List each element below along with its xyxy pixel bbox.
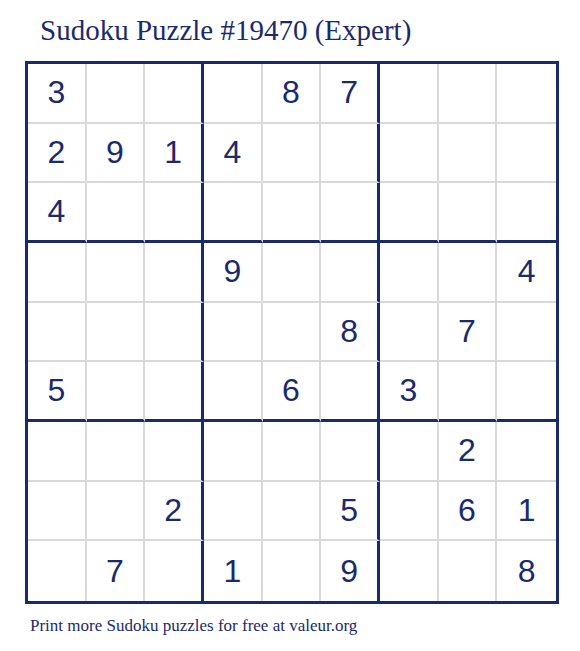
cell-r7c1[interactable] (28, 422, 87, 482)
cell-r9c1[interactable] (28, 541, 87, 601)
cell-r4c8[interactable] (439, 243, 498, 303)
cell-r1c6[interactable]: 7 (321, 64, 380, 124)
cell-r5c9[interactable] (497, 303, 556, 363)
cell-r3c2[interactable] (87, 183, 146, 243)
cell-r1c9[interactable] (497, 64, 556, 124)
cell-r5c6[interactable]: 8 (321, 303, 380, 363)
cell-r5c8[interactable]: 7 (439, 303, 498, 363)
cell-r5c1[interactable] (28, 303, 87, 363)
cell-r9c8[interactable] (439, 541, 498, 601)
puzzle-title: Sudoku Puzzle #19470 (Expert) (40, 14, 411, 47)
cell-r2c1[interactable]: 2 (28, 124, 87, 184)
cell-r6c6[interactable] (321, 362, 380, 422)
footer-text: Print more Sudoku puzzles for free at va… (30, 616, 357, 636)
cell-r8c5[interactable] (263, 482, 322, 542)
cell-r2c5[interactable] (263, 124, 322, 184)
cell-r9c6[interactable]: 9 (321, 541, 380, 601)
cell-r9c9[interactable]: 8 (497, 541, 556, 601)
cell-r3c5[interactable] (263, 183, 322, 243)
cell-r5c3[interactable] (145, 303, 204, 363)
cell-r1c5[interactable]: 8 (263, 64, 322, 124)
cell-r2c3[interactable]: 1 (145, 124, 204, 184)
cell-r5c7[interactable] (380, 303, 439, 363)
cell-r4c2[interactable] (87, 243, 146, 303)
cell-r2c4[interactable]: 4 (204, 124, 263, 184)
cell-r8c8[interactable]: 6 (439, 482, 498, 542)
cell-r6c5[interactable]: 6 (263, 362, 322, 422)
cell-r4c1[interactable] (28, 243, 87, 303)
cell-r6c2[interactable] (87, 362, 146, 422)
cell-r4c4[interactable]: 9 (204, 243, 263, 303)
cell-r2c8[interactable] (439, 124, 498, 184)
cell-r1c2[interactable] (87, 64, 146, 124)
cell-r3c8[interactable] (439, 183, 498, 243)
cell-r7c4[interactable] (204, 422, 263, 482)
cell-r1c8[interactable] (439, 64, 498, 124)
cell-r7c8[interactable]: 2 (439, 422, 498, 482)
cell-r3c7[interactable] (380, 183, 439, 243)
cell-r4c7[interactable] (380, 243, 439, 303)
cell-r8c9[interactable]: 1 (497, 482, 556, 542)
cell-r1c1[interactable]: 3 (28, 64, 87, 124)
cell-r2c2[interactable]: 9 (87, 124, 146, 184)
cell-r1c3[interactable] (145, 64, 204, 124)
cell-r5c4[interactable] (204, 303, 263, 363)
cell-r8c3[interactable]: 2 (145, 482, 204, 542)
cell-r7c7[interactable] (380, 422, 439, 482)
cell-r3c9[interactable] (497, 183, 556, 243)
cell-r7c6[interactable] (321, 422, 380, 482)
cell-r8c6[interactable]: 5 (321, 482, 380, 542)
cell-r3c3[interactable] (145, 183, 204, 243)
cell-r6c1[interactable]: 5 (28, 362, 87, 422)
cell-r1c7[interactable] (380, 64, 439, 124)
cell-r2c9[interactable] (497, 124, 556, 184)
sudoku-page: Sudoku Puzzle #19470 (Expert) 3872914494… (0, 0, 580, 651)
cell-r9c7[interactable] (380, 541, 439, 601)
cell-r9c5[interactable] (263, 541, 322, 601)
cell-r3c4[interactable] (204, 183, 263, 243)
cell-r2c7[interactable] (380, 124, 439, 184)
cell-r4c5[interactable] (263, 243, 322, 303)
cell-r3c1[interactable]: 4 (28, 183, 87, 243)
cell-r6c4[interactable] (204, 362, 263, 422)
cell-r7c9[interactable] (497, 422, 556, 482)
cell-r3c6[interactable] (321, 183, 380, 243)
cell-r9c3[interactable] (145, 541, 204, 601)
cell-r6c9[interactable] (497, 362, 556, 422)
cell-r4c3[interactable] (145, 243, 204, 303)
cell-r5c2[interactable] (87, 303, 146, 363)
cell-r7c3[interactable] (145, 422, 204, 482)
cell-r8c1[interactable] (28, 482, 87, 542)
cell-r6c8[interactable] (439, 362, 498, 422)
cell-r4c9[interactable]: 4 (497, 243, 556, 303)
cell-r8c2[interactable] (87, 482, 146, 542)
cell-r6c7[interactable]: 3 (380, 362, 439, 422)
cell-r1c4[interactable] (204, 64, 263, 124)
cell-r5c5[interactable] (263, 303, 322, 363)
cell-r8c7[interactable] (380, 482, 439, 542)
cell-r7c2[interactable] (87, 422, 146, 482)
cell-r8c4[interactable] (204, 482, 263, 542)
cell-r2c6[interactable] (321, 124, 380, 184)
sudoku-board: 387291449487563225617198 (25, 61, 559, 604)
cell-r4c6[interactable] (321, 243, 380, 303)
cell-r9c4[interactable]: 1 (204, 541, 263, 601)
cell-r9c2[interactable]: 7 (87, 541, 146, 601)
cell-r7c5[interactable] (263, 422, 322, 482)
cell-r6c3[interactable] (145, 362, 204, 422)
